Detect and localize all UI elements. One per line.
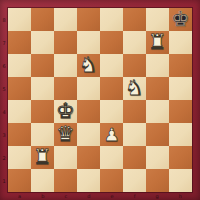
square-a3[interactable] xyxy=(8,123,31,146)
square-c4[interactable]: ♚ xyxy=(54,100,77,123)
square-d7[interactable] xyxy=(77,31,100,54)
square-b6[interactable] xyxy=(31,54,54,77)
file-label-h: h xyxy=(169,192,192,200)
square-b2[interactable]: ♜ xyxy=(31,146,54,169)
square-g8[interactable] xyxy=(146,8,169,31)
square-b3[interactable] xyxy=(31,123,54,146)
square-g2[interactable] xyxy=(146,146,169,169)
square-h7[interactable] xyxy=(169,31,192,54)
square-a1[interactable] xyxy=(8,169,31,192)
rank-labels: 87654321 xyxy=(0,8,8,192)
white-pawn-piece: ♟ xyxy=(103,125,119,143)
rank-label-2: 2 xyxy=(0,146,8,169)
square-a2[interactable] xyxy=(8,146,31,169)
square-g1[interactable] xyxy=(146,169,169,192)
square-e8[interactable] xyxy=(100,8,123,31)
white-rook-piece: ♜ xyxy=(33,147,52,168)
white-knight-piece: ♞ xyxy=(79,55,98,76)
file-label-f: f xyxy=(124,192,146,200)
square-e7[interactable] xyxy=(100,31,123,54)
file-labels: abcdefgh xyxy=(8,192,192,200)
white-queen-piece: ♛ xyxy=(56,124,75,145)
square-e2[interactable] xyxy=(100,146,123,169)
square-h1[interactable] xyxy=(169,169,192,192)
square-e6[interactable] xyxy=(100,54,123,77)
file-label-a: a xyxy=(8,192,31,200)
rank-label-1: 1 xyxy=(0,169,8,192)
square-c8[interactable] xyxy=(54,8,77,31)
square-h6[interactable] xyxy=(169,54,192,77)
square-c5[interactable] xyxy=(54,77,77,100)
square-d2[interactable] xyxy=(77,146,100,169)
square-e4[interactable] xyxy=(100,100,123,123)
square-a4[interactable] xyxy=(8,100,31,123)
square-e5[interactable] xyxy=(100,77,123,100)
rank-label-5: 5 xyxy=(0,77,8,100)
square-f8[interactable] xyxy=(123,8,146,31)
square-b7[interactable] xyxy=(31,31,54,54)
square-f1[interactable] xyxy=(123,169,146,192)
square-c3[interactable]: ♛ xyxy=(54,123,77,146)
square-b4[interactable] xyxy=(31,100,54,123)
square-a7[interactable] xyxy=(8,31,31,54)
square-a5[interactable] xyxy=(8,77,31,100)
rank-label-7: 7 xyxy=(0,31,8,54)
square-b1[interactable] xyxy=(31,169,54,192)
square-b5[interactable] xyxy=(31,77,54,100)
rank-label-8: 8 xyxy=(0,8,8,31)
square-a6[interactable] xyxy=(8,54,31,77)
square-c1[interactable] xyxy=(54,169,77,192)
board-grid: ♚♜♞♞♚♛♟♜ xyxy=(8,8,192,192)
square-e3[interactable]: ♟ xyxy=(100,123,123,146)
file-label-e: e xyxy=(101,192,124,200)
square-b8[interactable] xyxy=(31,8,54,31)
square-f7[interactable] xyxy=(123,31,146,54)
black-king-piece: ♚ xyxy=(171,9,190,30)
square-g5[interactable] xyxy=(146,77,169,100)
rank-label-3: 3 xyxy=(0,123,8,146)
square-g7[interactable]: ♜ xyxy=(146,31,169,54)
white-knight-piece: ♞ xyxy=(125,78,144,99)
square-d3[interactable] xyxy=(77,123,100,146)
square-d1[interactable] xyxy=(77,169,100,192)
square-c2[interactable] xyxy=(54,146,77,169)
square-d6[interactable]: ♞ xyxy=(77,54,100,77)
square-d4[interactable] xyxy=(77,100,100,123)
file-label-g: g xyxy=(146,192,169,200)
square-d8[interactable] xyxy=(77,8,100,31)
white-king-piece: ♚ xyxy=(56,101,75,122)
square-f6[interactable] xyxy=(123,54,146,77)
square-h8[interactable]: ♚ xyxy=(169,8,192,31)
square-d5[interactable] xyxy=(77,77,100,100)
square-f2[interactable] xyxy=(123,146,146,169)
file-label-d: d xyxy=(77,192,100,200)
square-f4[interactable] xyxy=(123,100,146,123)
square-c6[interactable] xyxy=(54,54,77,77)
square-h3[interactable] xyxy=(169,123,192,146)
file-label-b: b xyxy=(31,192,54,200)
square-e1[interactable] xyxy=(100,169,123,192)
square-g4[interactable] xyxy=(146,100,169,123)
rank-label-4: 4 xyxy=(0,100,8,123)
square-f3[interactable] xyxy=(123,123,146,146)
file-label-c: c xyxy=(54,192,77,200)
square-h2[interactable] xyxy=(169,146,192,169)
square-g6[interactable] xyxy=(146,54,169,77)
rank-label-6: 6 xyxy=(0,54,8,77)
square-h4[interactable] xyxy=(169,100,192,123)
square-g3[interactable] xyxy=(146,123,169,146)
square-c7[interactable] xyxy=(54,31,77,54)
square-f5[interactable]: ♞ xyxy=(123,77,146,100)
square-h5[interactable] xyxy=(169,77,192,100)
square-a8[interactable] xyxy=(8,8,31,31)
white-rook-piece: ♜ xyxy=(148,32,167,53)
chess-board: 87654321 abcdefgh ♚♜♞♞♚♛♟♜ xyxy=(0,0,200,200)
